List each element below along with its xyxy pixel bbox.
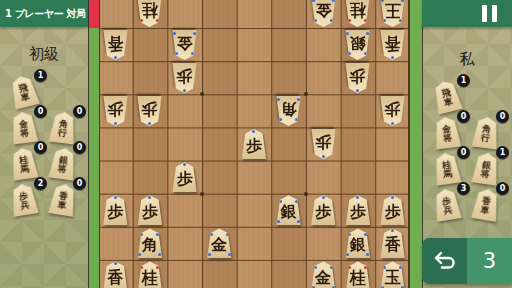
board-piece-sente[interactable]: 角 [136,228,163,258]
hand-piece-count-badge: 0 [457,110,470,123]
hand-piece[interactable]: 歩兵2 [7,183,42,216]
pause-icon [492,5,497,22]
hand-piece[interactable]: 銀将1 [469,152,504,185]
board-piece-sente[interactable]: 桂 [136,261,163,288]
hand-piece-count-badge: 1 [34,69,47,82]
hand-piece-count-badge: 0 [457,146,470,159]
hand-piece-count-badge: 0 [34,105,47,118]
board-piece-gote[interactable]: 香 [379,30,406,60]
hand-piece[interactable]: 香車0 [469,188,504,221]
game-mode-title: 1 プレーヤー 対局 [0,0,88,27]
shogi-app: 初級 飛車1金将0角行0桂馬0銀将0歩兵2香車0 私 飛車1金将0角行0桂馬0銀… [0,0,512,288]
hand-piece[interactable]: 歩兵3 [430,188,465,221]
board-piece-gote[interactable]: 歩 [310,129,337,159]
board-piece-gote[interactable]: 銀 [344,30,371,60]
top-bar-right [422,0,512,27]
board-piece-sente[interactable]: 歩 [136,195,163,225]
board-piece-sente[interactable]: 銀 [275,195,302,225]
board-edge-strip-left [88,0,99,288]
hand-piece[interactable]: 角行0 [46,111,81,144]
board-piece-gote[interactable]: 金 [310,0,337,27]
star-point [200,192,204,196]
hand-piece-count-badge: 0 [73,141,86,154]
opponent-hand-tray: 飛車1金将0角行0桂馬0銀将0歩兵2香車0 [0,75,88,216]
undo-panel: 3 [422,238,512,284]
hand-piece-count-badge: 3 [457,182,470,195]
hand-piece-count-badge: 0 [496,182,509,195]
board-piece-gote[interactable]: 桂 [344,0,371,27]
board-piece-gote[interactable]: 歩 [102,96,129,126]
star-point [304,192,308,196]
game-mode-bar: 1 プレーヤー 対局 [0,0,88,27]
board-piece-gote[interactable]: 歩 [171,63,198,93]
board-piece-sente[interactable]: 歩 [379,195,406,225]
opponent-level-label: 初級 [0,45,88,64]
board-piece-gote[interactable]: 角 [275,96,302,126]
hand-piece-count-badge: 1 [496,146,509,159]
hand-piece-count-badge: 0 [73,177,86,190]
hand-piece-count-badge: 2 [34,177,47,190]
undo-arrow-icon [432,250,458,272]
hand-piece[interactable]: 桂馬0 [7,147,42,180]
hand-piece[interactable]: 飛車1 [430,80,465,113]
hand-piece[interactable]: 飛車1 [7,75,42,108]
board-piece-sente[interactable]: 歩 [310,195,337,225]
shogi-board[interactable]: 桂金桂王香金銀香歩歩歩歩角歩歩歩歩歩歩銀歩歩歩角金銀香香桂金桂玉 [98,0,410,288]
undo-button[interactable] [422,238,467,284]
hand-piece[interactable]: 桂馬0 [430,152,465,185]
pause-button[interactable] [477,5,501,23]
player-label: 私 [422,50,512,69]
hand-tray-empty-slot [46,75,81,108]
board-piece-gote[interactable]: 桂 [136,0,163,27]
board-piece-sente[interactable]: 玉 [379,261,406,288]
board-piece-sente[interactable]: 金 [206,228,233,258]
board-piece-sente[interactable]: 香 [379,228,406,258]
board-piece-gote[interactable]: 歩 [344,63,371,93]
turn-indicator-red-segment [89,0,99,28]
hand-tray-empty-slot [469,80,504,113]
hand-piece[interactable]: 金将0 [430,116,465,149]
board-piece-sente[interactable]: 歩 [240,129,267,159]
hand-piece-count-badge: 0 [496,110,509,123]
player-hand-tray: 飛車1金将0角行0桂馬0銀将1歩兵3香車0 [422,80,512,221]
hand-piece[interactable]: 香車0 [46,183,81,216]
player-panel: 私 飛車1金将0角行0桂馬0銀将1歩兵3香車0 3 [422,0,512,288]
board-piece-sente[interactable]: 金 [310,261,337,288]
star-point [200,92,204,96]
undo-count: 3 [467,238,512,284]
board-piece-sente[interactable]: 歩 [344,195,371,225]
board-piece-gote[interactable]: 歩 [136,96,163,126]
hand-piece-count-badge: 0 [73,105,86,118]
opponent-panel: 初級 飛車1金将0角行0桂馬0銀将0歩兵2香車0 [0,0,88,288]
board-piece-gote[interactable]: 王 [379,0,406,27]
board-piece-sente[interactable]: 香 [102,261,129,288]
hand-piece[interactable]: 角行0 [469,116,504,149]
board-piece-sente[interactable]: 歩 [102,195,129,225]
board-piece-gote[interactable]: 香 [102,30,129,60]
pause-icon [482,5,487,22]
hand-piece[interactable]: 銀将0 [46,147,81,180]
board-piece-sente[interactable]: 銀 [344,228,371,258]
star-point [304,92,308,96]
hand-piece[interactable]: 金将0 [7,111,42,144]
board-piece-sente[interactable]: 桂 [344,261,371,288]
board-piece-gote[interactable]: 歩 [379,96,406,126]
board-piece-sente[interactable]: 歩 [171,162,198,192]
hand-piece-count-badge: 1 [457,74,470,87]
hand-piece-count-badge: 0 [34,141,47,154]
board-piece-gote[interactable]: 金 [171,30,198,60]
